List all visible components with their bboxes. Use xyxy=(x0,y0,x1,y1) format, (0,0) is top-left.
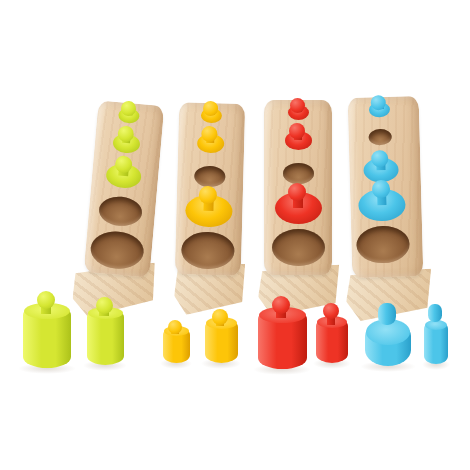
cylinder-block-green xyxy=(84,100,165,277)
yellow-cylinder-4-knob xyxy=(199,185,217,203)
cylinder-block-blue xyxy=(348,96,424,278)
yellow-loose-cylinder-size3-knob xyxy=(212,309,228,325)
green-block-empty-hole-4 xyxy=(97,194,142,227)
yellow-loose-cylinder-size2-knob xyxy=(168,320,182,334)
blue-cylinder-3-knob xyxy=(371,149,388,166)
red-block-empty-hole-5 xyxy=(272,229,325,266)
red-block-empty-hole-3 xyxy=(283,163,314,184)
blue-block-empty-hole-5 xyxy=(356,225,410,263)
yellow-block-empty-hole-5 xyxy=(180,231,234,269)
green-cylinder-3-knob xyxy=(114,155,132,173)
yellow-block-empty-hole-3 xyxy=(194,165,226,187)
red-loose-cylinder-size3-knob xyxy=(323,303,339,319)
blue-block-empty-hole-2 xyxy=(368,129,391,146)
red-cylinder-2-knob xyxy=(289,123,305,139)
blue-loose-cylinder-size2-knob xyxy=(428,304,442,322)
product-photo-montessori-cylinder-blocks xyxy=(0,0,470,470)
red-loose-cylinder-size5-knob xyxy=(272,296,290,314)
red-cylinder-4-knob xyxy=(288,183,306,201)
yellow-cylinder-1-knob xyxy=(202,101,217,116)
green-block-empty-hole-5 xyxy=(89,229,145,270)
cylinder-block-yellow xyxy=(175,102,245,276)
green-loose-cylinder-size5-knob xyxy=(37,291,55,309)
cylinder-block-red xyxy=(264,100,332,275)
blue-loose-cylinder-size5-knob xyxy=(378,303,396,325)
red-cylinder-1-knob xyxy=(290,98,305,113)
green-loose-cylinder-size4-knob xyxy=(96,297,113,314)
blue-cylinder-4-knob xyxy=(371,179,389,197)
